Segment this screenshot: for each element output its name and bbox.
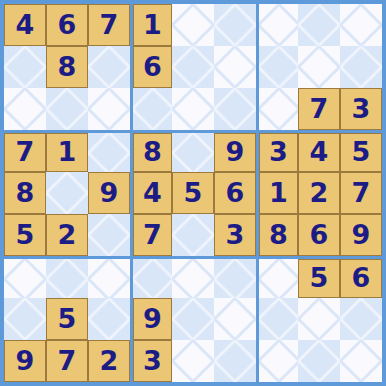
- diamond-pattern-icon: [259, 259, 298, 298]
- given-digit: 9: [143, 305, 162, 332]
- given-digit: 9: [352, 221, 371, 248]
- cell-r9c1: 9: [4, 340, 46, 382]
- given-digit: 4: [16, 11, 35, 38]
- given-digit: 4: [310, 138, 329, 165]
- cell-r1c9[interactable]: [340, 4, 382, 46]
- cell-r7c6[interactable]: [214, 256, 256, 298]
- given-digit: 9: [226, 138, 245, 165]
- diamond-pattern-icon: [172, 340, 214, 382]
- cell-r8c9[interactable]: [340, 298, 382, 340]
- cell-r5c8: 2: [298, 172, 340, 214]
- cell-r3c2[interactable]: [46, 88, 88, 130]
- cell-r4c5[interactable]: [172, 130, 214, 172]
- cell-r2c1[interactable]: [4, 46, 46, 88]
- diamond-pattern-icon: [172, 133, 214, 172]
- diamond-pattern-icon: [340, 298, 382, 340]
- cell-r5c9: 7: [340, 172, 382, 214]
- cell-r3c1[interactable]: [4, 88, 46, 130]
- diamond-pattern-icon: [88, 46, 130, 88]
- diamond-pattern-icon: [259, 340, 298, 382]
- diamond-pattern-icon: [340, 46, 382, 88]
- given-digit: 2: [310, 179, 329, 206]
- diamond-pattern-icon: [298, 46, 340, 88]
- diamond-pattern-icon: [172, 88, 214, 130]
- given-digit: 8: [16, 179, 35, 206]
- given-digit: 5: [58, 305, 77, 332]
- cell-r8c4: 9: [130, 298, 172, 340]
- diamond-pattern-icon: [214, 46, 256, 88]
- cell-r9c7[interactable]: [256, 340, 298, 382]
- diamond-pattern-icon: [4, 298, 46, 340]
- cell-r1c6[interactable]: [214, 4, 256, 46]
- given-digit: 5: [184, 179, 203, 206]
- cell-r3c7[interactable]: [256, 88, 298, 130]
- cell-r1c4: 1: [130, 4, 172, 46]
- given-digit: 7: [352, 179, 371, 206]
- cell-r9c5[interactable]: [172, 340, 214, 382]
- given-digit: 7: [100, 11, 119, 38]
- cell-r2c4: 6: [130, 46, 172, 88]
- given-digit: 8: [269, 221, 288, 248]
- cell-r8c3[interactable]: [88, 298, 130, 340]
- cell-r6c8: 6: [298, 214, 340, 256]
- diamond-pattern-icon: [172, 298, 214, 340]
- cell-r9c3: 2: [88, 340, 130, 382]
- given-digit: 5: [16, 221, 35, 248]
- diamond-pattern-icon: [298, 4, 340, 46]
- cell-r6c4: 7: [130, 214, 172, 256]
- cell-r1c2: 6: [46, 4, 88, 46]
- cell-r7c1[interactable]: [4, 256, 46, 298]
- cell-r6c7: 8: [256, 214, 298, 256]
- cell-r5c7: 1: [256, 172, 298, 214]
- cell-r7c3[interactable]: [88, 256, 130, 298]
- given-digit: 9: [100, 179, 119, 206]
- cell-r4c6: 9: [214, 130, 256, 172]
- cell-r7c8: 5: [298, 256, 340, 298]
- given-digit: 7: [310, 95, 329, 122]
- cell-r7c5[interactable]: [172, 256, 214, 298]
- cell-r5c4: 4: [130, 172, 172, 214]
- cell-r8c7[interactable]: [256, 298, 298, 340]
- cell-r4c8: 4: [298, 130, 340, 172]
- cell-r2c2: 8: [46, 46, 88, 88]
- diamond-pattern-icon: [88, 88, 130, 130]
- given-digit: 7: [16, 138, 35, 165]
- diamond-pattern-icon: [214, 298, 256, 340]
- cell-r2c9[interactable]: [340, 46, 382, 88]
- sudoku-board: 46718673718934589456127527386956599723: [0, 0, 386, 386]
- given-digit: 6: [143, 53, 162, 80]
- given-digit: 3: [269, 138, 288, 165]
- given-digit: 8: [58, 53, 77, 80]
- cell-r2c7[interactable]: [256, 46, 298, 88]
- diamond-pattern-icon: [340, 4, 382, 46]
- cell-r1c5[interactable]: [172, 4, 214, 46]
- cell-r6c1: 5: [4, 214, 46, 256]
- cell-r7c7[interactable]: [256, 256, 298, 298]
- cell-r8c2: 5: [46, 298, 88, 340]
- cell-r1c1: 4: [4, 4, 46, 46]
- cell-r1c8[interactable]: [298, 4, 340, 46]
- diamond-pattern-icon: [259, 298, 298, 340]
- cell-r2c8[interactable]: [298, 46, 340, 88]
- cell-r9c6[interactable]: [214, 340, 256, 382]
- cell-r2c6[interactable]: [214, 46, 256, 88]
- given-digit: 7: [143, 221, 162, 248]
- cell-r4c1: 7: [4, 130, 46, 172]
- cell-r2c3[interactable]: [88, 46, 130, 88]
- given-digit: 2: [58, 221, 77, 248]
- cell-r6c5[interactable]: [172, 214, 214, 256]
- given-digit: 4: [143, 179, 162, 206]
- diamond-pattern-icon: [172, 259, 214, 298]
- diamond-pattern-icon: [88, 214, 130, 256]
- given-digit: 5: [352, 138, 371, 165]
- cell-r6c3[interactable]: [88, 214, 130, 256]
- cell-r3c8: 7: [298, 88, 340, 130]
- cell-r4c3[interactable]: [88, 130, 130, 172]
- diamond-pattern-icon: [298, 298, 340, 340]
- cell-r5c1: 8: [4, 172, 46, 214]
- given-digit: 1: [58, 138, 77, 165]
- cell-r8c8[interactable]: [298, 298, 340, 340]
- diamond-pattern-icon: [172, 46, 214, 88]
- cell-r1c7[interactable]: [256, 4, 298, 46]
- diamond-pattern-icon: [4, 88, 46, 130]
- diamond-pattern-icon: [214, 259, 256, 298]
- cell-r4c2: 1: [46, 130, 88, 172]
- cell-r3c9: 3: [340, 88, 382, 130]
- cell-r5c5: 5: [172, 172, 214, 214]
- given-digit: 6: [58, 11, 77, 38]
- given-digit: 6: [226, 179, 245, 206]
- cell-r9c4: 3: [130, 340, 172, 382]
- given-digit: 3: [226, 221, 245, 248]
- diamond-pattern-icon: [259, 4, 298, 46]
- diamond-pattern-icon: [46, 172, 88, 214]
- diamond-pattern-icon: [133, 88, 172, 130]
- diamond-pattern-icon: [340, 340, 382, 382]
- cell-r3c6[interactable]: [214, 88, 256, 130]
- diamond-pattern-icon: [172, 214, 214, 256]
- given-digit: 1: [269, 179, 288, 206]
- given-digit: 9: [16, 347, 35, 374]
- cell-r4c9: 5: [340, 130, 382, 172]
- given-digit: 6: [310, 221, 329, 248]
- given-digit: 5: [310, 264, 329, 291]
- cell-r6c2: 2: [46, 214, 88, 256]
- diamond-pattern-icon: [172, 4, 214, 46]
- diamond-pattern-icon: [88, 298, 130, 340]
- cell-r3c5[interactable]: [172, 88, 214, 130]
- cell-r9c9[interactable]: [340, 340, 382, 382]
- diamond-pattern-icon: [214, 340, 256, 382]
- given-digit: 8: [143, 138, 162, 165]
- cell-r6c6: 3: [214, 214, 256, 256]
- cell-r4c7: 3: [256, 130, 298, 172]
- diamond-pattern-icon: [88, 133, 130, 172]
- cell-r6c9: 9: [340, 214, 382, 256]
- cell-r7c4[interactable]: [130, 256, 172, 298]
- diamond-pattern-icon: [4, 259, 46, 298]
- given-digit: 7: [58, 347, 77, 374]
- cell-r3c4[interactable]: [130, 88, 172, 130]
- diamond-pattern-icon: [133, 259, 172, 298]
- cell-r5c6: 6: [214, 172, 256, 214]
- cell-r2c5[interactable]: [172, 46, 214, 88]
- diamond-pattern-icon: [46, 88, 88, 130]
- cell-r1c3: 7: [88, 4, 130, 46]
- diamond-pattern-icon: [88, 259, 130, 298]
- diamond-pattern-icon: [46, 259, 88, 298]
- given-digit: 1: [143, 11, 162, 38]
- cell-r7c9: 6: [340, 256, 382, 298]
- diamond-pattern-icon: [259, 46, 298, 88]
- diamond-pattern-icon: [298, 340, 340, 382]
- given-digit: 3: [352, 95, 371, 122]
- diamond-pattern-icon: [214, 4, 256, 46]
- given-digit: 2: [100, 347, 119, 374]
- cell-r9c8[interactable]: [298, 340, 340, 382]
- given-digit: 6: [352, 264, 371, 291]
- diamond-pattern-icon: [259, 88, 298, 130]
- given-digit: 3: [143, 347, 162, 374]
- cell-r5c2[interactable]: [46, 172, 88, 214]
- cell-r8c6[interactable]: [214, 298, 256, 340]
- cell-r9c2: 7: [46, 340, 88, 382]
- cell-r8c5[interactable]: [172, 298, 214, 340]
- cell-r7c2[interactable]: [46, 256, 88, 298]
- diamond-pattern-icon: [4, 46, 46, 88]
- cell-r3c3[interactable]: [88, 88, 130, 130]
- cell-r8c1[interactable]: [4, 298, 46, 340]
- cell-r5c3: 9: [88, 172, 130, 214]
- diamond-pattern-icon: [214, 88, 256, 130]
- cell-r4c4: 8: [130, 130, 172, 172]
